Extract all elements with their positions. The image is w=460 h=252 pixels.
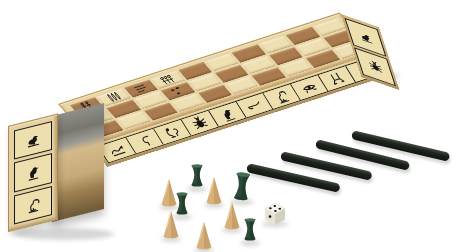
legs-glyph-icon bbox=[325, 69, 349, 88]
drawer-face bbox=[8, 114, 58, 232]
scarab-glyph-icon bbox=[188, 114, 212, 133]
vulture-glyph-icon bbox=[215, 105, 239, 124]
drawer-shadow bbox=[14, 228, 114, 240]
goose-glyph-icon bbox=[356, 28, 375, 46]
cone-pawn-icon bbox=[162, 208, 180, 240]
spool-pawn-1 bbox=[189, 162, 205, 189]
cone-pawn-icon bbox=[195, 219, 213, 251]
cone-pawn-4 bbox=[195, 219, 213, 251]
drawer-body-open bbox=[52, 103, 104, 222]
arm-glyph-icon bbox=[243, 96, 267, 115]
die-icon bbox=[262, 200, 288, 226]
hieroglyph-panel-ibis bbox=[14, 186, 52, 225]
cone-pawn-2 bbox=[205, 174, 223, 206]
ibis-glyph-icon bbox=[25, 194, 42, 215]
senet-product-photo: { "game": "Senet (ancient Egyptian race … bbox=[0, 0, 460, 252]
die bbox=[262, 200, 288, 226]
cone-pawn-icon bbox=[205, 174, 223, 206]
ibis-glyph-icon bbox=[270, 87, 294, 106]
cone-pawn-icon bbox=[223, 199, 241, 231]
snake-glyph-icon bbox=[105, 141, 129, 160]
spool-pawn-icon bbox=[189, 162, 205, 189]
three-feathers-glyph-icon bbox=[104, 91, 124, 105]
spool-pawn-4 bbox=[242, 216, 258, 243]
cone-pawn-5 bbox=[223, 199, 241, 231]
drawer-hieroglyph-strip bbox=[14, 121, 52, 224]
goose-glyph-icon bbox=[25, 130, 42, 151]
water-glyph-icon bbox=[131, 82, 151, 96]
scarab-glyph-icon bbox=[365, 58, 384, 76]
three-nefer-glyph-icon bbox=[158, 73, 178, 87]
spool-pawn-icon bbox=[230, 170, 253, 203]
spool-pawn-3 bbox=[230, 170, 253, 203]
curl-glyph-icon bbox=[133, 132, 157, 151]
chick-glyph-icon bbox=[160, 123, 184, 142]
vulture-glyph-icon bbox=[25, 162, 42, 183]
spool-pawn-icon bbox=[242, 216, 258, 243]
three-birds-glyph-icon bbox=[168, 85, 188, 99]
eye-glyph-icon bbox=[298, 78, 322, 97]
cone-pawn-3 bbox=[162, 208, 180, 240]
